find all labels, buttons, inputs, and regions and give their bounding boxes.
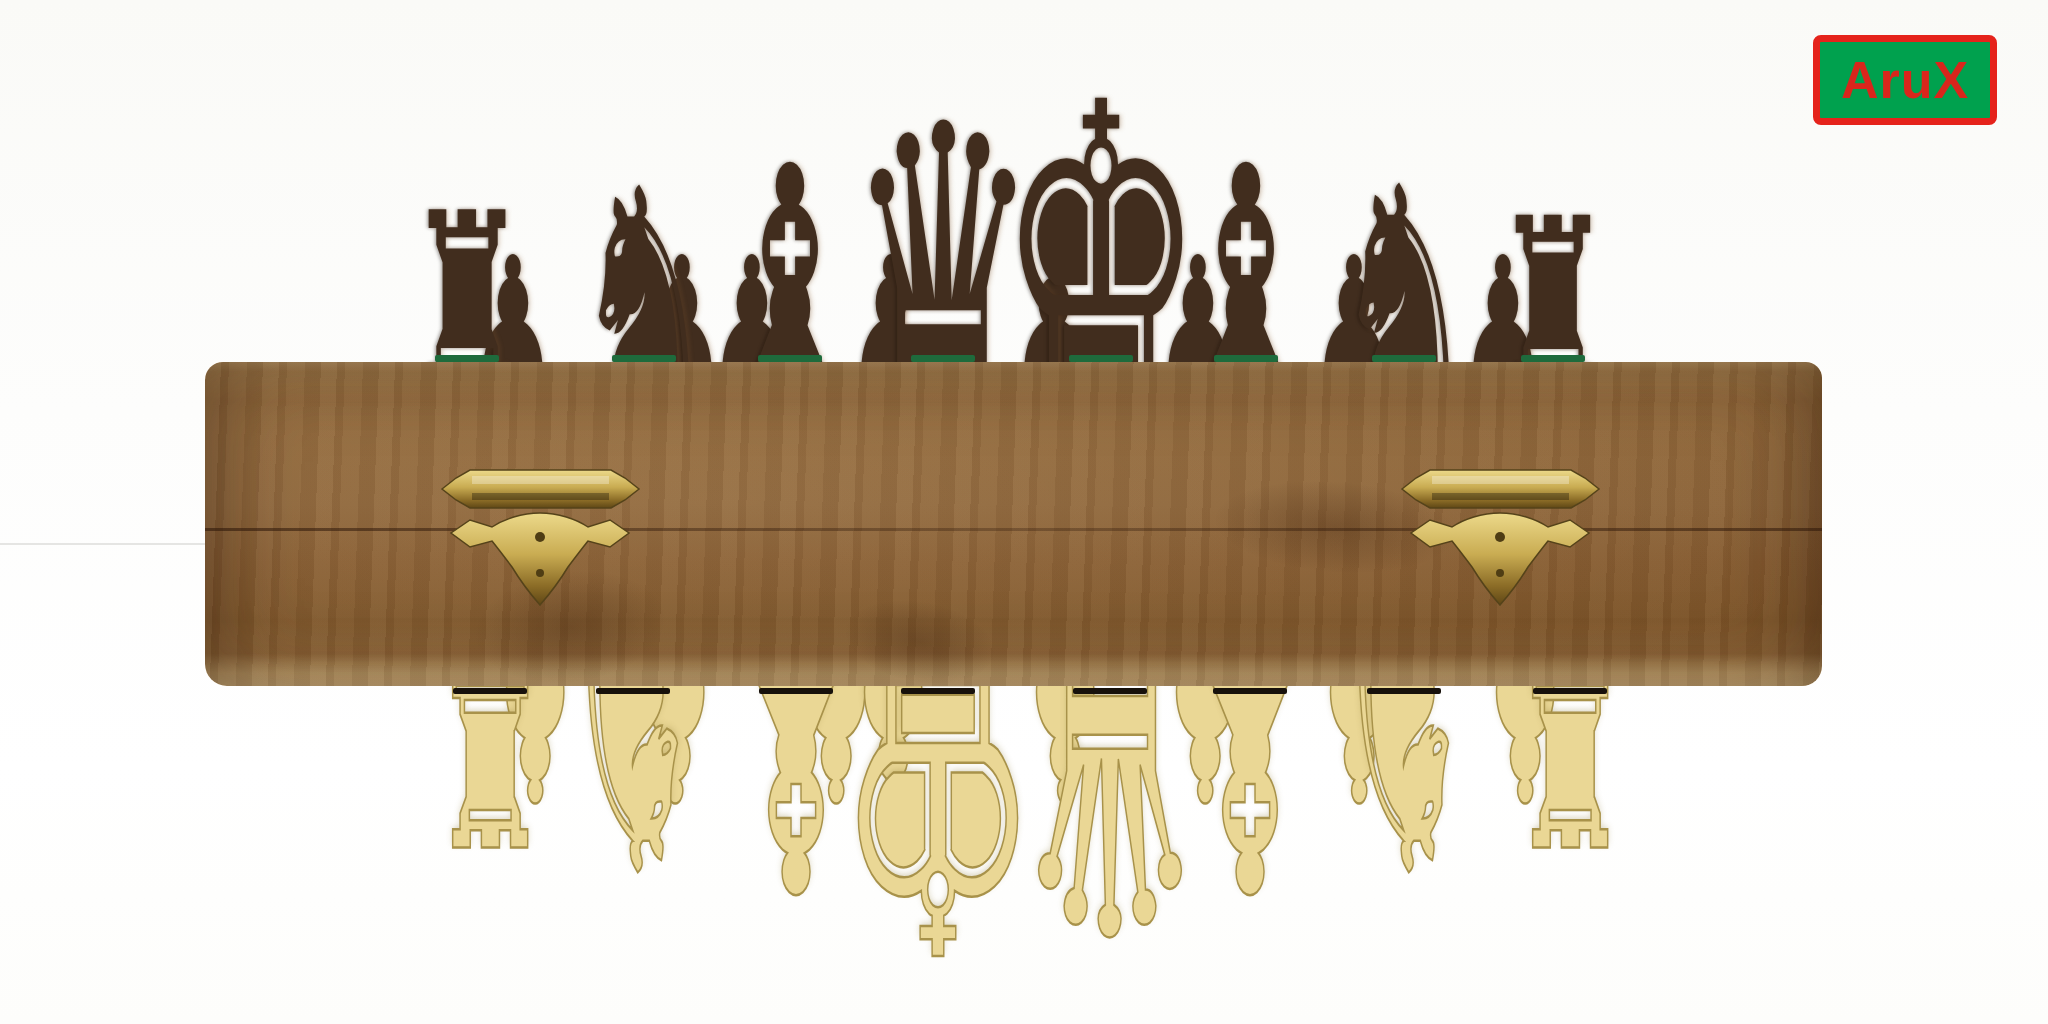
felt-pad	[612, 355, 676, 362]
felt-pad	[435, 355, 499, 362]
felt-pad	[1214, 355, 1278, 362]
magnet-gap	[596, 688, 670, 694]
backdrop-seam-line	[0, 543, 205, 545]
magnet-gap	[1073, 688, 1147, 694]
brand-logo-text: AruX	[1841, 50, 1969, 110]
magnet-gap	[1533, 688, 1607, 694]
brass-latch-icon	[438, 455, 643, 615]
felt-pad	[1069, 355, 1133, 362]
magnet-gap	[901, 688, 975, 694]
felt-pad	[1521, 355, 1585, 362]
felt-pad	[1372, 355, 1436, 362]
brass-latch-icon	[1398, 455, 1603, 615]
product-photo-scene: AruX ♟♜♟♞♟♝♟♛♟♚♟♝♟♞♟♜♟♜♟♞♟♝♟♚♟♛♟♝♟♞♟♜	[0, 0, 2048, 1024]
brand-logo: AruX	[1813, 35, 1997, 125]
magnet-gap	[759, 688, 833, 694]
felt-pad	[911, 355, 975, 362]
felt-pad	[758, 355, 822, 362]
magnet-gap	[453, 688, 527, 694]
magnet-gap	[1367, 688, 1441, 694]
magnet-gap	[1213, 688, 1287, 694]
wood-knot	[839, 590, 1001, 695]
